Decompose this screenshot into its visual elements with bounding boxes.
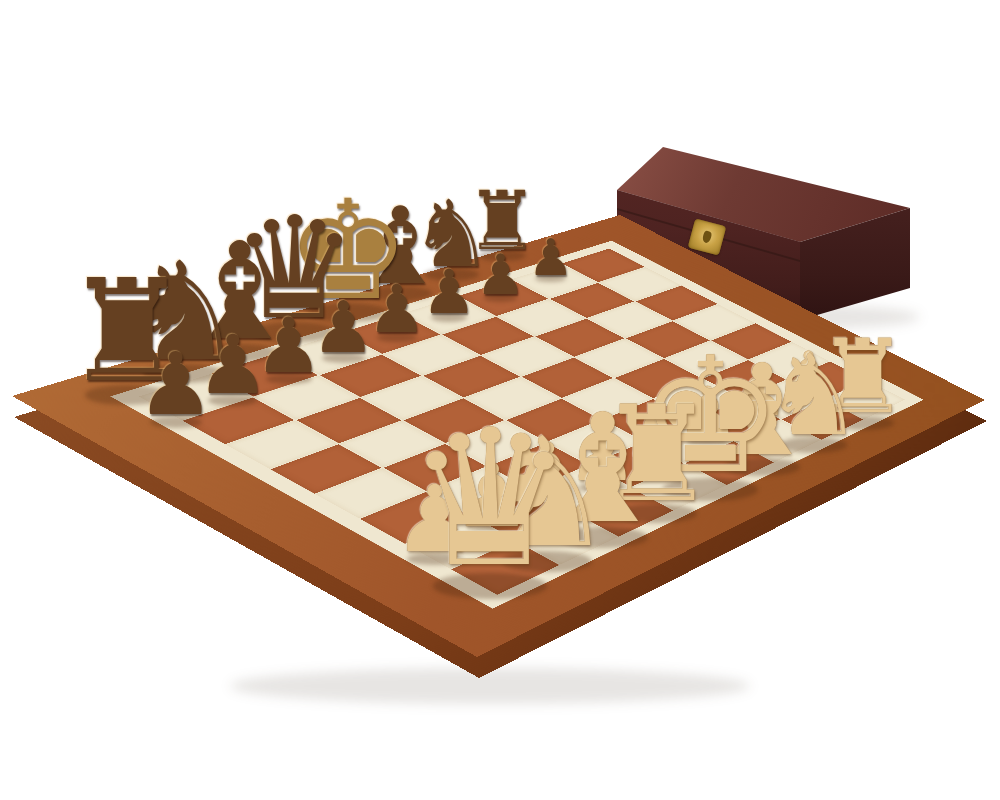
board-ground-shadow — [230, 668, 750, 704]
product-photo-scene: ♛♞♝♜♚♝♞♜♟♟♟♟♟♟♟♟♟♟♟♟♟♟♟♟♜♞♝♛♚♝♞♜ — [0, 0, 1000, 800]
